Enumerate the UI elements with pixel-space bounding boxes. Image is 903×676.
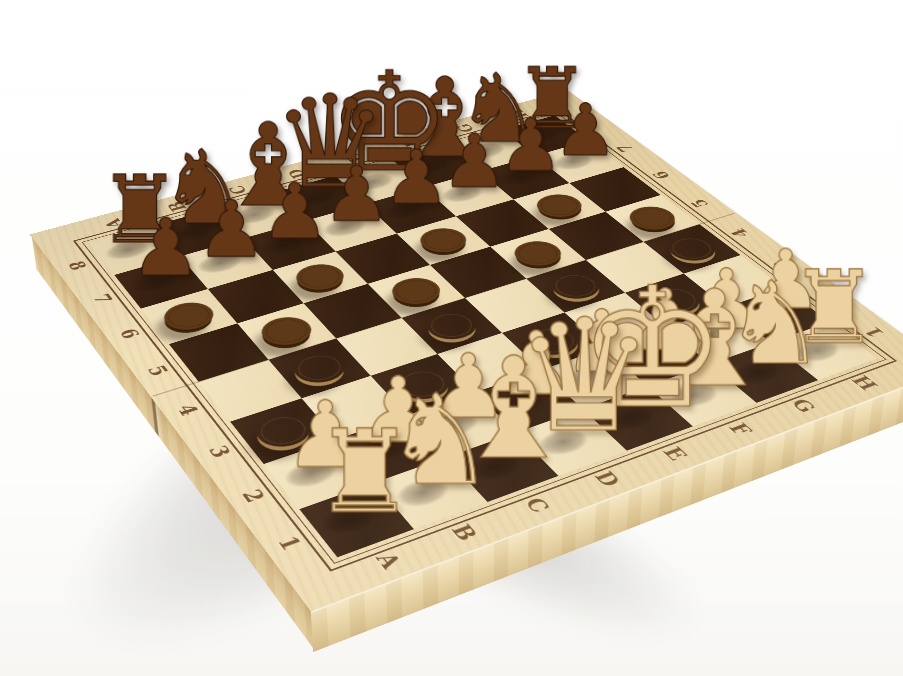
white-rook-a1[interactable]: ♜ — [246, 415, 483, 529]
dark-checker-a6[interactable] — [157, 298, 221, 335]
dark-checker-b5[interactable] — [254, 312, 320, 350]
product-photo-scene: ABCDEFGH ABCDEFGH 87654321 87654321 ♜♜♞♞… — [0, 0, 903, 676]
